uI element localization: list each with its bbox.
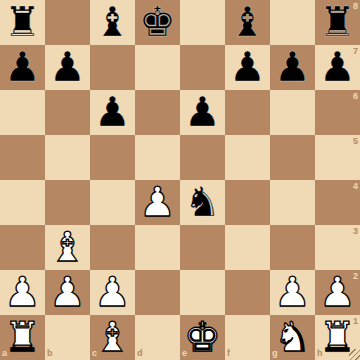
square-h6[interactable]: 6 bbox=[315, 90, 360, 135]
black-bishop-c8[interactable]: ♝ bbox=[90, 0, 135, 45]
square-h7[interactable]: ♟7 bbox=[315, 45, 360, 90]
square-d2[interactable] bbox=[135, 270, 180, 315]
square-c4[interactable] bbox=[90, 180, 135, 225]
black-pawn-h7[interactable]: ♟ bbox=[315, 45, 360, 90]
square-e2[interactable] bbox=[180, 270, 225, 315]
square-a5[interactable] bbox=[0, 135, 45, 180]
square-c6[interactable]: ♟ bbox=[90, 90, 135, 135]
black-king-d8[interactable]: ♚ bbox=[135, 0, 180, 45]
black-pawn-e6[interactable]: ♟ bbox=[180, 90, 225, 135]
square-g5[interactable] bbox=[270, 135, 315, 180]
square-b4[interactable] bbox=[45, 180, 90, 225]
square-d7[interactable] bbox=[135, 45, 180, 90]
chess-board[interactable]: ♜♝♚♝♜8♟♟♟♟♟7♟♟65♟♞4♝3♟♟♟♟♟2♜ab♝cd♚ef♞g♜h… bbox=[0, 0, 360, 360]
chess-board-container: ♜♝♚♝♜8♟♟♟♟♟7♟♟65♟♞4♝3♟♟♟♟♟2♜ab♝cd♚ef♞g♜h… bbox=[0, 0, 360, 360]
square-b3[interactable]: ♝ bbox=[45, 225, 90, 270]
black-pawn-f7[interactable]: ♟ bbox=[225, 45, 270, 90]
black-pawn-b7[interactable]: ♟ bbox=[45, 45, 90, 90]
square-a3[interactable] bbox=[0, 225, 45, 270]
square-e7[interactable] bbox=[180, 45, 225, 90]
square-f1[interactable]: f bbox=[225, 315, 270, 360]
square-h2[interactable]: ♟2 bbox=[315, 270, 360, 315]
square-e3[interactable] bbox=[180, 225, 225, 270]
square-b8[interactable] bbox=[45, 0, 90, 45]
rank-label-4: 4 bbox=[353, 182, 358, 191]
white-rook-a1[interactable]: ♜ bbox=[0, 315, 45, 360]
square-g7[interactable]: ♟ bbox=[270, 45, 315, 90]
square-b2[interactable]: ♟ bbox=[45, 270, 90, 315]
square-e5[interactable] bbox=[180, 135, 225, 180]
square-g4[interactable] bbox=[270, 180, 315, 225]
square-d4[interactable]: ♟ bbox=[135, 180, 180, 225]
file-label-d: d bbox=[137, 349, 143, 358]
white-pawn-d4[interactable]: ♟ bbox=[135, 180, 180, 225]
square-c2[interactable]: ♟ bbox=[90, 270, 135, 315]
square-c5[interactable] bbox=[90, 135, 135, 180]
file-label-f: f bbox=[227, 349, 230, 358]
square-b1[interactable]: b bbox=[45, 315, 90, 360]
square-g1[interactable]: ♞g bbox=[270, 315, 315, 360]
square-h4[interactable]: 4 bbox=[315, 180, 360, 225]
square-h3[interactable]: 3 bbox=[315, 225, 360, 270]
square-e1[interactable]: ♚e bbox=[180, 315, 225, 360]
square-c8[interactable]: ♝ bbox=[90, 0, 135, 45]
square-c1[interactable]: ♝c bbox=[90, 315, 135, 360]
square-b5[interactable] bbox=[45, 135, 90, 180]
white-bishop-c1[interactable]: ♝ bbox=[90, 315, 135, 360]
square-d3[interactable] bbox=[135, 225, 180, 270]
square-b6[interactable] bbox=[45, 90, 90, 135]
black-rook-h8[interactable]: ♜ bbox=[315, 0, 360, 45]
black-pawn-a7[interactable]: ♟ bbox=[0, 45, 45, 90]
square-f6[interactable] bbox=[225, 90, 270, 135]
square-d6[interactable] bbox=[135, 90, 180, 135]
black-rook-a8[interactable]: ♜ bbox=[0, 0, 45, 45]
square-c3[interactable] bbox=[90, 225, 135, 270]
square-a4[interactable] bbox=[0, 180, 45, 225]
black-pawn-g7[interactable]: ♟ bbox=[270, 45, 315, 90]
square-d1[interactable]: d bbox=[135, 315, 180, 360]
black-knight-e4[interactable]: ♞ bbox=[180, 180, 225, 225]
square-f3[interactable] bbox=[225, 225, 270, 270]
square-f8[interactable]: ♝ bbox=[225, 0, 270, 45]
square-d5[interactable] bbox=[135, 135, 180, 180]
white-pawn-g2[interactable]: ♟ bbox=[270, 270, 315, 315]
white-pawn-b2[interactable]: ♟ bbox=[45, 270, 90, 315]
white-knight-g1[interactable]: ♞ bbox=[270, 315, 315, 360]
square-f5[interactable] bbox=[225, 135, 270, 180]
square-h5[interactable]: 5 bbox=[315, 135, 360, 180]
black-pawn-c6[interactable]: ♟ bbox=[90, 90, 135, 135]
black-bishop-f8[interactable]: ♝ bbox=[225, 0, 270, 45]
square-g3[interactable] bbox=[270, 225, 315, 270]
square-b7[interactable]: ♟ bbox=[45, 45, 90, 90]
file-label-b: b bbox=[47, 349, 53, 358]
white-bishop-b3[interactable]: ♝ bbox=[45, 225, 90, 270]
board-resize-handle-icon[interactable] bbox=[349, 349, 360, 360]
square-e8[interactable] bbox=[180, 0, 225, 45]
rank-label-6: 6 bbox=[353, 92, 358, 101]
rank-label-3: 3 bbox=[353, 227, 358, 236]
square-a7[interactable]: ♟ bbox=[0, 45, 45, 90]
white-pawn-c2[interactable]: ♟ bbox=[90, 270, 135, 315]
square-e6[interactable]: ♟ bbox=[180, 90, 225, 135]
square-a6[interactable] bbox=[0, 90, 45, 135]
white-pawn-h2[interactable]: ♟ bbox=[315, 270, 360, 315]
square-c7[interactable] bbox=[90, 45, 135, 90]
square-g8[interactable] bbox=[270, 0, 315, 45]
white-king-e1[interactable]: ♚ bbox=[180, 315, 225, 360]
square-f2[interactable] bbox=[225, 270, 270, 315]
square-g6[interactable] bbox=[270, 90, 315, 135]
square-a8[interactable]: ♜ bbox=[0, 0, 45, 45]
white-pawn-a2[interactable]: ♟ bbox=[0, 270, 45, 315]
square-e4[interactable]: ♞ bbox=[180, 180, 225, 225]
square-d8[interactable]: ♚ bbox=[135, 0, 180, 45]
rank-label-5: 5 bbox=[353, 137, 358, 146]
square-a1[interactable]: ♜a bbox=[0, 315, 45, 360]
square-a2[interactable]: ♟ bbox=[0, 270, 45, 315]
square-f4[interactable] bbox=[225, 180, 270, 225]
square-f7[interactable]: ♟ bbox=[225, 45, 270, 90]
square-h8[interactable]: ♜8 bbox=[315, 0, 360, 45]
square-g2[interactable]: ♟ bbox=[270, 270, 315, 315]
